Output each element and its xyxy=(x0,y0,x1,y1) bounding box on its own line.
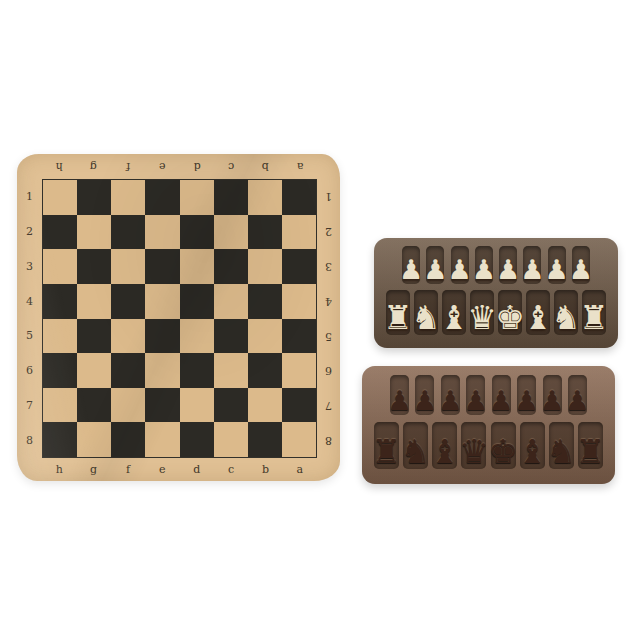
square-a7[interactable] xyxy=(282,388,316,423)
square-e3[interactable] xyxy=(145,249,179,284)
dark-tray-slot-pawn-2[interactable]: ♟ xyxy=(415,375,434,415)
square-a2[interactable] xyxy=(282,215,316,250)
square-a4[interactable] xyxy=(282,284,316,319)
rank-label-right-5: 5 xyxy=(317,319,340,354)
dark-tray-slot-pawn-4[interactable]: ♟ xyxy=(466,375,485,415)
square-h2[interactable] xyxy=(43,215,77,250)
square-d3[interactable] xyxy=(180,249,214,284)
dark-tray-slot-knight-7[interactable]: ♞ xyxy=(549,422,574,469)
white-pawn-icon: ♟ xyxy=(545,256,569,283)
white-tray-slot-pawn-8[interactable]: ♟ xyxy=(572,246,590,284)
white-tray-slot-pawn-1[interactable]: ♟ xyxy=(402,246,420,284)
white-bishop-icon: ♝ xyxy=(523,301,553,334)
square-f1[interactable] xyxy=(111,180,145,215)
square-e8[interactable] xyxy=(145,422,179,457)
dark-tray-slot-pawn-8[interactable]: ♟ xyxy=(568,375,587,415)
square-h8[interactable] xyxy=(43,422,77,457)
square-g6[interactable] xyxy=(77,353,111,388)
white-tray-slot-pawn-5[interactable]: ♟ xyxy=(499,246,517,284)
square-a6[interactable] xyxy=(282,353,316,388)
dark-tray-slot-king-5[interactable]: ♚ xyxy=(491,422,516,469)
square-c1[interactable] xyxy=(214,180,248,215)
file-label-top-e: e xyxy=(145,154,179,179)
square-b3[interactable] xyxy=(248,249,282,284)
file-label-top-g: g xyxy=(76,154,110,179)
white-tray-slot-pawn-3[interactable]: ♟ xyxy=(451,246,469,284)
dark-pieces-foam-tray: ♟♟♟♟♟♟♟♟♜♞♝♛♚♝♞♜ xyxy=(362,366,615,484)
square-f8[interactable] xyxy=(111,422,145,457)
white-pawn-icon: ♟ xyxy=(423,256,447,283)
dark-tray-slot-bishop-3[interactable]: ♝ xyxy=(432,422,457,469)
square-d4[interactable] xyxy=(180,284,214,319)
white-tray-slot-bishop-3[interactable]: ♝ xyxy=(442,290,466,335)
rank-label-left-1: 1 xyxy=(17,179,42,214)
dark-tray-slot-pawn-1[interactable]: ♟ xyxy=(390,375,409,415)
rank-label-left-2: 2 xyxy=(17,214,42,249)
chess-board-grid xyxy=(42,179,317,458)
rank-label-right-6: 6 xyxy=(317,353,340,388)
square-c8[interactable] xyxy=(214,422,248,457)
square-h7[interactable] xyxy=(43,388,77,423)
square-a3[interactable] xyxy=(282,249,316,284)
file-label-top-c: c xyxy=(214,154,248,179)
white-tray-slot-pawn-6[interactable]: ♟ xyxy=(523,246,541,284)
white-tray-slot-rook-8[interactable]: ♜ xyxy=(582,290,606,335)
dark-pawn-icon: ♟ xyxy=(438,387,462,414)
white-pieces-foam-tray: ♟♟♟♟♟♟♟♟♜♞♝♛♚♝♞♜ xyxy=(374,238,618,348)
rank-label-right-2: 2 xyxy=(317,214,340,249)
square-d8[interactable] xyxy=(180,422,214,457)
dark-pawn-icon: ♟ xyxy=(387,387,411,414)
file-label-top-d: d xyxy=(180,154,214,179)
square-d7[interactable] xyxy=(180,388,214,423)
square-f3[interactable] xyxy=(111,249,145,284)
square-b4[interactable] xyxy=(248,284,282,319)
dark-bishop-icon: ♝ xyxy=(517,435,547,468)
square-a8[interactable] xyxy=(282,422,316,457)
rank-labels-right: 12345678 xyxy=(317,179,340,458)
rank-label-right-4: 4 xyxy=(317,284,340,319)
dark-tray-slot-bishop-6[interactable]: ♝ xyxy=(520,422,545,469)
square-h6[interactable] xyxy=(43,353,77,388)
white-rook-icon: ♜ xyxy=(579,301,609,334)
square-f5[interactable] xyxy=(111,319,145,354)
dark-pawn-icon: ♟ xyxy=(489,387,513,414)
white-tray-slot-pawn-4[interactable]: ♟ xyxy=(475,246,493,284)
white-pawn-icon: ♟ xyxy=(569,256,593,283)
dark-tray-slot-pawn-7[interactable]: ♟ xyxy=(543,375,562,415)
white-knight-icon: ♞ xyxy=(411,301,441,334)
file-label-bottom-e: e xyxy=(145,458,179,481)
dark-tray-slot-knight-2[interactable]: ♞ xyxy=(403,422,428,469)
white-tray-slot-rook-1[interactable]: ♜ xyxy=(386,290,410,335)
rank-label-left-3: 3 xyxy=(17,249,42,284)
square-f6[interactable] xyxy=(111,353,145,388)
square-h3[interactable] xyxy=(43,249,77,284)
white-tray-slot-king-5[interactable]: ♚ xyxy=(498,290,522,335)
dark-tray-slot-pawn-3[interactable]: ♟ xyxy=(441,375,460,415)
square-b7[interactable] xyxy=(248,388,282,423)
dark-tray-slot-pawn-5[interactable]: ♟ xyxy=(492,375,511,415)
white-back-row: ♜♞♝♛♚♝♞♜ xyxy=(386,290,606,335)
dark-tray-slot-rook-8[interactable]: ♜ xyxy=(578,422,603,469)
square-e7[interactable] xyxy=(145,388,179,423)
file-labels-bottom: hgfedcba xyxy=(42,458,317,481)
square-g7[interactable] xyxy=(77,388,111,423)
dark-king-icon: ♚ xyxy=(488,435,518,468)
file-label-bottom-f: f xyxy=(111,458,145,481)
rank-label-left-5: 5 xyxy=(17,319,42,354)
dark-pawn-row: ♟♟♟♟♟♟♟♟ xyxy=(390,375,587,415)
dark-pawn-icon: ♟ xyxy=(565,387,589,414)
square-a5[interactable] xyxy=(282,319,316,354)
square-e1[interactable] xyxy=(145,180,179,215)
dark-knight-icon: ♞ xyxy=(547,435,577,468)
white-bishop-icon: ♝ xyxy=(439,301,469,334)
white-tray-slot-queen-4[interactable]: ♛ xyxy=(470,290,494,335)
square-f4[interactable] xyxy=(111,284,145,319)
rank-labels-left: 12345678 xyxy=(17,179,42,458)
dark-rook-icon: ♜ xyxy=(372,435,402,468)
dark-pawn-icon: ♟ xyxy=(540,387,564,414)
square-g1[interactable] xyxy=(77,180,111,215)
square-b5[interactable] xyxy=(248,319,282,354)
square-b6[interactable] xyxy=(248,353,282,388)
file-label-bottom-a: a xyxy=(283,458,317,481)
file-label-bottom-h: h xyxy=(42,458,76,481)
rank-label-left-6: 6 xyxy=(17,353,42,388)
white-pawn-icon: ♟ xyxy=(447,256,471,283)
square-e6[interactable] xyxy=(145,353,179,388)
dark-tray-slot-queen-4[interactable]: ♛ xyxy=(461,422,486,469)
square-e2[interactable] xyxy=(145,215,179,250)
rank-label-left-7: 7 xyxy=(17,388,42,423)
file-label-bottom-b: b xyxy=(248,458,282,481)
square-c6[interactable] xyxy=(214,353,248,388)
dark-pawn-icon: ♟ xyxy=(515,387,539,414)
rank-label-left-8: 8 xyxy=(17,423,42,458)
square-e4[interactable] xyxy=(145,284,179,319)
square-f7[interactable] xyxy=(111,388,145,423)
dark-rook-icon: ♜ xyxy=(576,435,606,468)
square-c3[interactable] xyxy=(214,249,248,284)
square-e5[interactable] xyxy=(145,319,179,354)
square-d5[interactable] xyxy=(180,319,214,354)
white-tray-slot-knight-7[interactable]: ♞ xyxy=(554,290,578,335)
white-pawn-icon: ♟ xyxy=(520,256,544,283)
white-tray-slot-knight-2[interactable]: ♞ xyxy=(414,290,438,335)
file-label-top-a: a xyxy=(283,154,317,179)
square-b2[interactable] xyxy=(248,215,282,250)
white-rook-icon: ♜ xyxy=(383,301,413,334)
chess-set-product-photo: hgfedcba hgfedcba 12345678 12345678 ♟♟♟♟… xyxy=(0,0,640,640)
square-c4[interactable] xyxy=(214,284,248,319)
dark-pawn-icon: ♟ xyxy=(413,387,437,414)
dark-pawn-icon: ♟ xyxy=(464,387,488,414)
square-c2[interactable] xyxy=(214,215,248,250)
square-h1[interactable] xyxy=(43,180,77,215)
rank-label-right-3: 3 xyxy=(317,249,340,284)
square-d6[interactable] xyxy=(180,353,214,388)
square-a1[interactable] xyxy=(282,180,316,215)
white-pawn-icon: ♟ xyxy=(399,256,423,283)
white-tray-slot-bishop-6[interactable]: ♝ xyxy=(526,290,550,335)
rank-label-right-8: 8 xyxy=(317,423,340,458)
square-g2[interactable] xyxy=(77,215,111,250)
rank-label-right-7: 7 xyxy=(317,388,340,423)
square-g3[interactable] xyxy=(77,249,111,284)
white-pawn-icon: ♟ xyxy=(472,256,496,283)
file-label-top-h: h xyxy=(42,154,76,179)
dark-knight-icon: ♞ xyxy=(401,435,431,468)
square-d2[interactable] xyxy=(180,215,214,250)
square-g4[interactable] xyxy=(77,284,111,319)
square-b1[interactable] xyxy=(248,180,282,215)
white-tray-slot-pawn-7[interactable]: ♟ xyxy=(548,246,566,284)
square-g5[interactable] xyxy=(77,319,111,354)
file-label-bottom-g: g xyxy=(76,458,110,481)
file-label-bottom-d: d xyxy=(180,458,214,481)
dark-back-row: ♜♞♝♛♚♝♞♜ xyxy=(374,422,603,469)
square-d1[interactable] xyxy=(180,180,214,215)
square-c7[interactable] xyxy=(214,388,248,423)
white-knight-icon: ♞ xyxy=(551,301,581,334)
square-g8[interactable] xyxy=(77,422,111,457)
dark-bishop-icon: ♝ xyxy=(430,435,460,468)
white-queen-icon: ♛ xyxy=(467,301,497,334)
square-c5[interactable] xyxy=(214,319,248,354)
rank-label-left-4: 4 xyxy=(17,284,42,319)
white-tray-slot-pawn-2[interactable]: ♟ xyxy=(426,246,444,284)
square-b8[interactable] xyxy=(248,422,282,457)
white-pawn-icon: ♟ xyxy=(496,256,520,283)
rank-label-right-1: 1 xyxy=(317,179,340,214)
white-pawn-row: ♟♟♟♟♟♟♟♟ xyxy=(402,246,590,284)
file-label-top-f: f xyxy=(111,154,145,179)
square-f2[interactable] xyxy=(111,215,145,250)
file-label-bottom-c: c xyxy=(214,458,248,481)
dark-tray-slot-rook-1[interactable]: ♜ xyxy=(374,422,399,469)
file-label-top-b: b xyxy=(248,154,282,179)
square-h5[interactable] xyxy=(43,319,77,354)
white-king-icon: ♚ xyxy=(495,301,525,334)
square-h4[interactable] xyxy=(43,284,77,319)
dark-tray-slot-pawn-6[interactable]: ♟ xyxy=(517,375,536,415)
dark-queen-icon: ♛ xyxy=(459,435,489,468)
file-labels-top: hgfedcba xyxy=(42,154,317,179)
rollup-chessboard-mat: hgfedcba hgfedcba 12345678 12345678 xyxy=(17,154,340,481)
